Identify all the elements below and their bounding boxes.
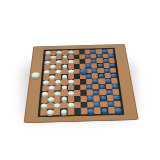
cream-piece[interactable] [68, 80, 74, 84]
square-7-3[interactable] [55, 80, 61, 86]
square-10-4[interactable] [61, 96, 68, 102]
blue-piece[interactable] [113, 95, 120, 99]
square-8-4[interactable] [61, 85, 67, 91]
square-8-3[interactable] [55, 85, 62, 91]
blue-piece[interactable] [94, 102, 101, 106]
cream-piece[interactable] [62, 75, 68, 79]
cream-piece[interactable] [49, 86, 55, 90]
square-8-6[interactable] [74, 84, 80, 90]
blue-piece[interactable] [99, 84, 105, 88]
square-8-5[interactable] [68, 85, 74, 91]
square-9-1[interactable] [42, 91, 49, 97]
square-9-9[interactable] [93, 89, 100, 95]
spare-cream-piece[interactable] [31, 72, 39, 77]
blue-piece[interactable] [87, 96, 93, 100]
cream-piece[interactable] [47, 109, 54, 114]
cream-piece[interactable] [61, 97, 67, 101]
square-11-2[interactable] [47, 103, 54, 109]
square-7-7[interactable] [80, 79, 86, 85]
square-8-7[interactable] [80, 84, 87, 90]
square-11-3[interactable] [54, 102, 61, 108]
board-grid [38, 48, 125, 117]
cream-piece[interactable] [61, 109, 68, 114]
square-8-8[interactable] [86, 84, 93, 90]
square-10-9[interactable] [93, 95, 100, 101]
square-11-8[interactable] [87, 101, 94, 107]
blue-piece[interactable] [108, 54, 114, 57]
square-7-1[interactable] [43, 80, 50, 86]
square-11-5[interactable] [67, 102, 74, 108]
blue-piece[interactable] [93, 79, 99, 83]
blue-piece[interactable] [107, 102, 114, 106]
square-10-7[interactable] [80, 96, 87, 102]
square-9-8[interactable] [87, 90, 94, 96]
blue-piece[interactable] [88, 108, 95, 113]
photo-scene [0, 0, 160, 160]
blue-piece[interactable] [93, 90, 99, 94]
square-9-11[interactable] [106, 89, 113, 95]
square-7-11[interactable] [105, 78, 112, 84]
cream-piece[interactable] [41, 103, 48, 107]
cream-piece[interactable] [48, 97, 54, 101]
square-9-4[interactable] [61, 90, 68, 96]
blue-piece[interactable] [87, 85, 93, 89]
square-7-4[interactable] [61, 79, 67, 85]
square-8-9[interactable] [93, 84, 100, 90]
square-11-11[interactable] [107, 101, 114, 107]
square-7-6[interactable] [74, 79, 80, 85]
square-8-11[interactable] [105, 84, 112, 90]
cream-piece[interactable] [68, 91, 74, 95]
cream-piece[interactable] [61, 85, 67, 89]
square-9-5[interactable] [67, 90, 73, 96]
square-9-3[interactable] [55, 91, 62, 97]
cream-piece[interactable] [54, 103, 60, 107]
square-9-12[interactable] [112, 89, 119, 95]
square-9-10[interactable] [99, 89, 106, 95]
blue-piece[interactable] [100, 96, 107, 100]
square-10-5[interactable] [67, 96, 74, 102]
square-10-2[interactable] [48, 97, 55, 103]
draughts-board [24, 44, 139, 123]
square-11-1[interactable] [41, 103, 48, 109]
square-7-9[interactable] [92, 78, 99, 84]
square-11-4[interactable] [61, 102, 68, 108]
square-8-1[interactable] [42, 85, 49, 91]
square-10-12[interactable] [113, 95, 120, 101]
cream-piece[interactable] [55, 91, 61, 95]
square-10-3[interactable] [54, 96, 61, 102]
square-9-7[interactable] [80, 90, 87, 96]
square-7-8[interactable] [86, 79, 93, 85]
blue-piece[interactable] [105, 79, 111, 83]
square-9-6[interactable] [74, 90, 81, 96]
cream-piece[interactable] [55, 80, 61, 84]
blue-piece[interactable] [109, 63, 115, 66]
perspective-wrap [27, 17, 132, 142]
square-10-8[interactable] [87, 95, 94, 101]
cream-piece[interactable] [68, 103, 74, 107]
square-10-10[interactable] [100, 95, 107, 101]
square-8-12[interactable] [111, 83, 118, 89]
square-8-2[interactable] [48, 85, 55, 91]
square-10-6[interactable] [74, 96, 81, 102]
square-11-9[interactable] [94, 101, 101, 107]
cream-piece[interactable] [43, 80, 49, 84]
square-10-1[interactable] [41, 97, 48, 103]
blue-piece[interactable] [106, 90, 113, 94]
cream-piece[interactable] [42, 92, 48, 96]
square-8-10[interactable] [99, 84, 106, 90]
square-9-2[interactable] [48, 91, 55, 97]
square-7-2[interactable] [49, 80, 56, 86]
square-10-11[interactable] [106, 95, 113, 101]
square-7-12[interactable] [111, 78, 118, 84]
square-7-5[interactable] [68, 79, 74, 85]
square-7-10[interactable] [98, 78, 105, 84]
blue-piece[interactable] [101, 108, 108, 113]
blue-piece[interactable] [112, 84, 118, 88]
square-11-6[interactable] [74, 102, 81, 108]
blue-piece[interactable] [115, 108, 122, 112]
square-11-12[interactable] [114, 101, 121, 107]
square-11-10[interactable] [100, 101, 107, 107]
blue-piece[interactable] [110, 73, 116, 77]
square-11-7[interactable] [81, 102, 88, 108]
